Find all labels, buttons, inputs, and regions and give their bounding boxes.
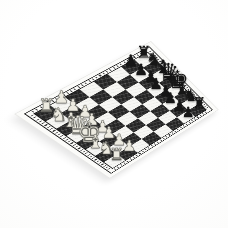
rollup-chess-board <box>14 41 219 179</box>
board-squares-grid <box>35 53 206 169</box>
product-photo-chess-set: ♜♞♟♝♟♛♟♚♟♝♟♞♟♟♜♟♟♜♟♟♞♟♝♟♛♟♚♟♝♟♞♜ <box>0 0 228 228</box>
